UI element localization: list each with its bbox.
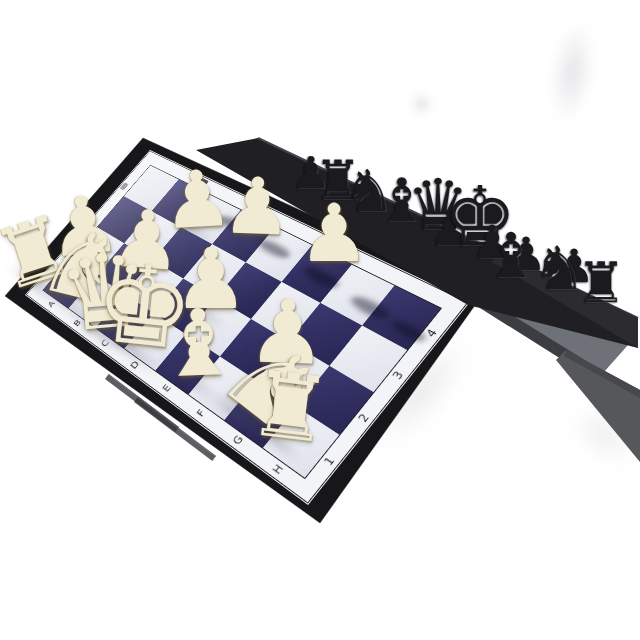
white-pawn-f4: ♟ <box>298 194 370 274</box>
black-rook-tray-13: ♜ <box>576 255 626 311</box>
white-rook-h1: ♜ <box>245 357 336 456</box>
chess-set-photo: ABCDEFGH4321 ♟♜♞♝♟♛♟♟♚♟♟♟♟♟♝♟♜♞♞♜♟♛♚♟♝♞♜ <box>0 0 640 640</box>
black-bishop-tray-9: ♝ <box>483 225 539 287</box>
